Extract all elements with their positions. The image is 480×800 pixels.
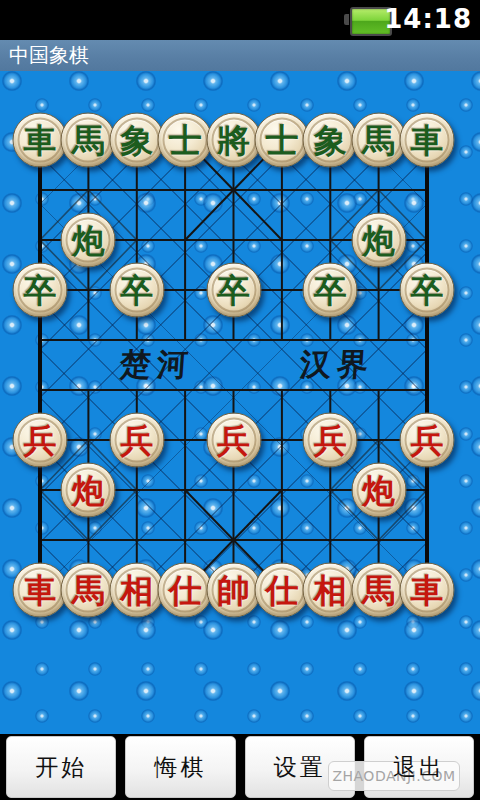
river-label-chu-he: 楚河 xyxy=(119,344,196,386)
piece-black-r0c0[interactable]: 車 xyxy=(13,113,68,168)
status-clock: 14:18 xyxy=(384,4,472,34)
title-bar: 中国象棋 xyxy=(0,40,480,72)
piece-black-r2c7[interactable]: 炮 xyxy=(351,213,406,268)
piece-black-r3c0[interactable]: 卒 xyxy=(13,263,68,318)
piece-black-r2c1[interactable]: 炮 xyxy=(61,213,116,268)
exit-button-label: 退出 xyxy=(393,752,445,783)
piece-black-r0c4[interactable]: 將 xyxy=(206,113,261,168)
piece-character: 兵 xyxy=(411,424,444,457)
piece-character: 將 xyxy=(217,124,250,157)
piece-character: 仕 xyxy=(169,574,202,607)
piece-character: 士 xyxy=(169,124,202,157)
piece-red-r9c3[interactable]: 仕 xyxy=(158,563,213,618)
piece-character: 仕 xyxy=(265,574,298,607)
piece-black-r0c3[interactable]: 士 xyxy=(158,113,213,168)
piece-black-r0c7[interactable]: 馬 xyxy=(351,113,406,168)
piece-character: 馬 xyxy=(72,124,105,157)
piece-character: 卒 xyxy=(120,274,153,307)
piece-red-r9c2[interactable]: 相 xyxy=(109,563,164,618)
piece-black-r3c4[interactable]: 卒 xyxy=(206,263,261,318)
piece-black-r3c8[interactable]: 卒 xyxy=(400,263,455,318)
piece-character: 帥 xyxy=(217,574,250,607)
piece-red-r9c5[interactable]: 仕 xyxy=(254,563,309,618)
undo-button-label: 悔棋 xyxy=(154,752,206,783)
piece-character: 卒 xyxy=(411,274,444,307)
piece-black-r3c2[interactable]: 卒 xyxy=(109,263,164,318)
piece-black-r0c5[interactable]: 士 xyxy=(254,113,309,168)
xiangqi-board[interactable]: 楚河 汉界 車馬象士將士象馬車炮炮卒卒卒卒卒兵兵兵兵兵炮炮車馬相仕帥仕相馬車 xyxy=(40,140,427,590)
piece-character: 車 xyxy=(24,124,57,157)
piece-character: 卒 xyxy=(24,274,57,307)
piece-character: 馬 xyxy=(362,574,395,607)
piece-black-r0c6[interactable]: 象 xyxy=(303,113,358,168)
piece-character: 相 xyxy=(120,574,153,607)
piece-character: 兵 xyxy=(24,424,57,457)
piece-red-r9c8[interactable]: 車 xyxy=(400,563,455,618)
piece-character: 兵 xyxy=(120,424,153,457)
piece-red-r6c6[interactable]: 兵 xyxy=(303,413,358,468)
piece-red-r6c0[interactable]: 兵 xyxy=(13,413,68,468)
piece-character: 炮 xyxy=(72,474,105,507)
piece-red-r6c2[interactable]: 兵 xyxy=(109,413,164,468)
river-label-han-jie: 汉界 xyxy=(299,344,376,386)
piece-character: 車 xyxy=(411,574,444,607)
piece-red-r7c7[interactable]: 炮 xyxy=(351,463,406,518)
piece-red-r9c4[interactable]: 帥 xyxy=(206,563,261,618)
piece-character: 士 xyxy=(265,124,298,157)
piece-character: 馬 xyxy=(72,574,105,607)
piece-character: 卒 xyxy=(217,274,250,307)
piece-red-r6c8[interactable]: 兵 xyxy=(400,413,455,468)
piece-red-r9c0[interactable]: 車 xyxy=(13,563,68,618)
piece-character: 炮 xyxy=(72,224,105,257)
piece-red-r7c1[interactable]: 炮 xyxy=(61,463,116,518)
app-title: 中国象棋 xyxy=(0,42,89,69)
piece-red-r6c4[interactable]: 兵 xyxy=(206,413,261,468)
piece-character: 炮 xyxy=(362,474,395,507)
piece-red-r9c7[interactable]: 馬 xyxy=(351,563,406,618)
settings-button-label: 设置 xyxy=(274,752,326,783)
piece-character: 象 xyxy=(314,124,347,157)
bottom-toolbar: 开始悔棋设置退出 ZHAODANJI.COM xyxy=(0,734,480,800)
screen: 14:18 中国象棋 xyxy=(0,0,480,800)
start-button-label: 开始 xyxy=(35,752,87,783)
piece-red-r9c6[interactable]: 相 xyxy=(303,563,358,618)
piece-character: 相 xyxy=(314,574,347,607)
piece-character: 卒 xyxy=(314,274,347,307)
piece-character: 兵 xyxy=(314,424,347,457)
piece-character: 象 xyxy=(120,124,153,157)
piece-character: 馬 xyxy=(362,124,395,157)
piece-black-r0c2[interactable]: 象 xyxy=(109,113,164,168)
piece-black-r0c8[interactable]: 車 xyxy=(400,113,455,168)
piece-character: 兵 xyxy=(217,424,250,457)
piece-black-r3c6[interactable]: 卒 xyxy=(303,263,358,318)
piece-black-r0c1[interactable]: 馬 xyxy=(61,113,116,168)
undo-button[interactable]: 悔棋 xyxy=(125,736,235,798)
piece-character: 車 xyxy=(24,574,57,607)
piece-character: 炮 xyxy=(362,224,395,257)
start-button[interactable]: 开始 xyxy=(6,736,116,798)
status-bar: 14:18 xyxy=(0,0,480,40)
piece-character: 車 xyxy=(411,124,444,157)
piece-red-r9c1[interactable]: 馬 xyxy=(61,563,116,618)
